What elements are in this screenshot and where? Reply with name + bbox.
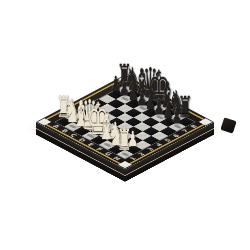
product-photo: ABCDEFGH 87654321 ♜♞♝♛♚♝♞♜♟♟♟♟♟♟♟♟♟♟♟♟♟♟… <box>0 0 250 250</box>
piece-white-rook: ♜ <box>113 126 136 155</box>
chess-board: ABCDEFGH 87654321 ♜♞♝♛♚♝♞♜♟♟♟♟♟♟♟♟♟♟♟♟♟♟… <box>36 75 214 169</box>
piece-black-pawn: ♟ <box>165 106 188 127</box>
scene: ABCDEFGH 87654321 ♜♞♝♛♚♝♞♜♟♟♟♟♟♟♟♟♟♟♟♟♟♟… <box>0 0 250 250</box>
